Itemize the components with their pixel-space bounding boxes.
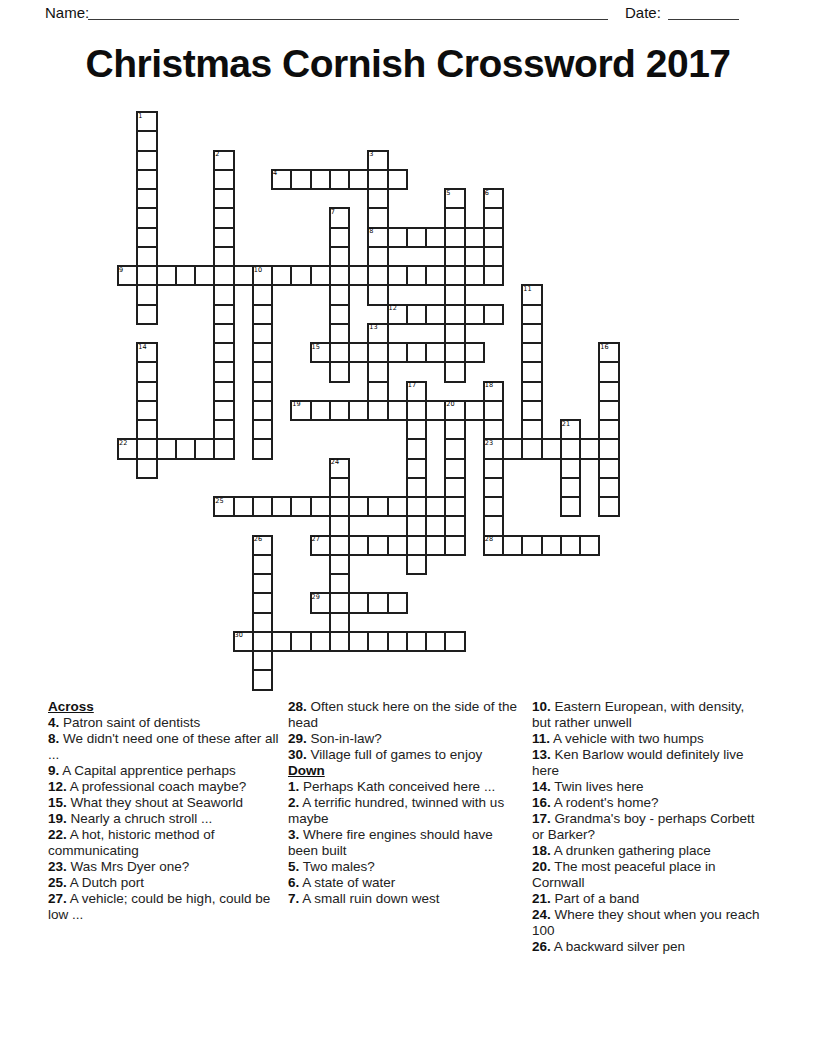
clue-14: 14. Twin lives here: [532, 779, 766, 795]
grid-cell-r20c9[interactable]: [290, 496, 311, 517]
clue-label: 26.: [532, 939, 551, 954]
grid-cell-r10c14[interactable]: [387, 304, 408, 325]
grid-cell-r8c12[interactable]: [348, 265, 369, 286]
grid-cell-r12c17[interactable]: [444, 342, 465, 363]
clue-label: 8.: [48, 731, 59, 746]
clue-label: 16.: [532, 795, 551, 810]
grid-cell-r25c10[interactable]: [310, 592, 331, 613]
grid-cell-r10c1[interactable]: [136, 304, 157, 325]
grid-cell-r17c2[interactable]: [156, 438, 177, 459]
grid-cell-r8c16[interactable]: [425, 265, 446, 286]
grid-cell-r12c12[interactable]: [348, 342, 369, 363]
grid-cell-r21c11[interactable]: [329, 515, 350, 536]
clue-label: 1.: [288, 779, 299, 794]
grid-cell-r12c14[interactable]: [387, 342, 408, 363]
clue-text: Where they shout when you reach 100: [532, 907, 759, 938]
clue-text: Nearly a chruch stroll ...: [67, 811, 213, 826]
grid-cell-r11c11[interactable]: [329, 323, 350, 344]
clue-label: 11.: [532, 731, 550, 746]
clue-text: A vehicle with two humps: [550, 731, 704, 746]
clue-text: A drunken gathering place: [551, 843, 711, 858]
grid-cell-r24c11[interactable]: [329, 573, 350, 594]
grid-cell-r18c1[interactable]: [136, 458, 157, 479]
clue-label: 13.: [532, 747, 551, 762]
grid-cell-r22c22[interactable]: [541, 535, 562, 556]
grid-cell-r11c7[interactable]: [252, 323, 273, 344]
grid-cell-r17c21[interactable]: [521, 438, 542, 459]
grid-cell-r8c2[interactable]: [156, 265, 177, 286]
grid-cell-r8c13[interactable]: [367, 265, 388, 286]
grid-cell-r19c15[interactable]: [406, 477, 427, 498]
grid-cell-r3c11[interactable]: [329, 169, 350, 190]
grid-cell-r10c7[interactable]: [252, 304, 273, 325]
clue-label: 10.: [532, 699, 551, 714]
clue-label: 29.: [288, 731, 307, 746]
grid-cell-r12c15[interactable]: [406, 342, 427, 363]
grid-cell-r8c1[interactable]: [136, 265, 157, 286]
clue-label: 21.: [532, 891, 551, 906]
grid-cell-r6c5[interactable]: [213, 227, 234, 248]
grid-cell-r22c20[interactable]: [502, 535, 523, 556]
grid-cell-r5c13[interactable]: [367, 207, 388, 228]
grid-cell-r11c21[interactable]: [521, 323, 542, 344]
grid-cell-r10c5[interactable]: [213, 304, 234, 325]
grid-cell-r14c21[interactable]: [521, 381, 542, 402]
grid-cell-r21c19[interactable]: [483, 515, 504, 536]
grid-cell-r18c17[interactable]: [444, 458, 465, 479]
grid-cell-r9c11[interactable]: [329, 284, 350, 305]
grid-cell-r8c17[interactable]: [444, 265, 465, 286]
grid-cell-r27c16[interactable]: [425, 631, 446, 652]
crossword-grid: 1234567891011121314151617181920212223242…: [117, 111, 618, 689]
date-label: Date:: [625, 4, 661, 21]
grid-cell-r18c19[interactable]: [483, 458, 504, 479]
grid-cell-r22c24[interactable]: [579, 535, 600, 556]
grid-cell-r12c25[interactable]: [598, 342, 619, 363]
grid-cell-r20c25[interactable]: [598, 496, 619, 517]
grid-cell-r11c5[interactable]: [213, 323, 234, 344]
grid-cell-r12c5[interactable]: [213, 342, 234, 363]
grid-cell-r13c5[interactable]: [213, 361, 234, 382]
grid-cell-r12c7[interactable]: [252, 342, 273, 363]
grid-cell-r10c11[interactable]: [329, 304, 350, 325]
clue-17: 17. Grandma's boy - perhaps Corbett or B…: [532, 811, 766, 843]
grid-cell-r27c7[interactable]: [252, 631, 273, 652]
grid-cell-r19c11[interactable]: [329, 477, 350, 498]
grid-cell-r28c7[interactable]: [252, 650, 273, 671]
grid-cell-r18c23[interactable]: [560, 458, 581, 479]
grid-cell-r19c19[interactable]: [483, 477, 504, 498]
grid-cell-r14c5[interactable]: [213, 381, 234, 402]
grid-cell-r15c13[interactable]: [367, 400, 388, 421]
grid-cell-r27c9[interactable]: [290, 631, 311, 652]
grid-cell-r14c1[interactable]: [136, 381, 157, 402]
grid-cell-r20c7[interactable]: [252, 496, 273, 517]
grid-cell-r9c13[interactable]: [367, 284, 388, 305]
clue-label: 5.: [288, 859, 299, 874]
grid-cell-r4c19[interactable]: [483, 188, 504, 209]
grid-cell-r15c7[interactable]: [252, 400, 273, 421]
grid-cell-r5c11[interactable]: [329, 207, 350, 228]
grid-cell-r15c18[interactable]: [464, 400, 485, 421]
grid-cell-r29c7[interactable]: [252, 669, 273, 690]
grid-cell-r16c5[interactable]: [213, 419, 234, 440]
grid-cell-r9c21[interactable]: [521, 284, 542, 305]
clue-24: 24. Where they shout when you reach 100: [532, 907, 766, 939]
grid-cell-r15c25[interactable]: [598, 400, 619, 421]
grid-cell-r11c17[interactable]: [444, 323, 465, 344]
grid-cell-r6c15[interactable]: [406, 227, 427, 248]
grid-cell-r15c17[interactable]: [444, 400, 465, 421]
grid-cell-r7c5[interactable]: [213, 246, 234, 267]
grid-cell-r25c11[interactable]: [329, 592, 350, 613]
grid-cell-r14c25[interactable]: [598, 381, 619, 402]
grid-cell-r14c13[interactable]: [367, 381, 388, 402]
grid-cell-r7c19[interactable]: [483, 246, 504, 267]
grid-cell-r12c10[interactable]: [310, 342, 331, 363]
clue-4: 4. Patron saint of dentists: [48, 715, 282, 731]
clue-column-1: Across4. Patron saint of dentists8. We d…: [48, 699, 282, 923]
grid-cell-r6c13[interactable]: [367, 227, 388, 248]
grid-cell-r15c11[interactable]: [329, 400, 350, 421]
clue-5: 5. Two males?: [288, 859, 522, 875]
grid-cell-r17c7[interactable]: [252, 438, 273, 459]
grid-cell-r8c15[interactable]: [406, 265, 427, 286]
grid-cell-r3c14[interactable]: [387, 169, 408, 190]
grid-cell-r12c11[interactable]: [329, 342, 350, 363]
name-fill-in-line[interactable]: [88, 4, 608, 20]
grid-cell-r3c8[interactable]: [271, 169, 292, 190]
grid-cell-r22c11[interactable]: [329, 535, 350, 556]
clue-lists: Across4. Patron saint of dentists8. We d…: [48, 699, 772, 969]
grid-cell-r22c10[interactable]: [310, 535, 331, 556]
grid-cell-r20c15[interactable]: [406, 496, 427, 517]
grid-cell-r3c9[interactable]: [290, 169, 311, 190]
grid-cell-r17c24[interactable]: [579, 438, 600, 459]
grid-cell-r20c12[interactable]: [348, 496, 369, 517]
grid-cell-r19c23[interactable]: [560, 477, 581, 498]
clue-15: 15. What they shout at Seaworld: [48, 795, 282, 811]
grid-cell-r4c17[interactable]: [444, 188, 465, 209]
grid-cell-r6c14[interactable]: [387, 227, 408, 248]
grid-cell-r0c1[interactable]: [136, 111, 157, 132]
clue-18: 18. A drunken gathering place: [532, 843, 766, 859]
clue-23: 23. Was Mrs Dyer one?: [48, 859, 282, 875]
clue-text: Son-in-law?: [307, 731, 382, 746]
grid-cell-r27c15[interactable]: [406, 631, 427, 652]
clue-label: 14.: [532, 779, 551, 794]
grid-cell-r13c25[interactable]: [598, 361, 619, 382]
grid-cell-r8c4[interactable]: [194, 265, 215, 286]
grid-cell-r17c4[interactable]: [194, 438, 215, 459]
clue-20: 20. The most peaceful place in Cornwall: [532, 859, 766, 891]
clue-11: 11. A vehicle with two humps: [532, 731, 766, 747]
grid-cell-r17c5[interactable]: [213, 438, 234, 459]
grid-cell-r20c8[interactable]: [271, 496, 292, 517]
grid-cell-r6c11[interactable]: [329, 227, 350, 248]
grid-cell-r23c7[interactable]: [252, 554, 273, 575]
grid-cell-r22c12[interactable]: [348, 535, 369, 556]
clue-column-3: 10. Eastern European, with density, but …: [532, 699, 766, 955]
clue-28: 28. Often stuck here on the side of the …: [288, 699, 522, 731]
grid-cell-r8c0[interactable]: [117, 265, 138, 286]
clue-label: 18.: [532, 843, 551, 858]
clues-heading-down: Down: [288, 763, 522, 779]
clue-text: A professional coach maybe?: [67, 779, 246, 794]
grid-cell-r21c17[interactable]: [444, 515, 465, 536]
grid-cell-r15c14[interactable]: [387, 400, 408, 421]
grid-cell-r2c5[interactable]: [213, 150, 234, 171]
clue-label: 4.: [48, 715, 59, 730]
clue-22: 22. A hot, historic method of communicat…: [48, 827, 282, 859]
grid-cell-r9c5[interactable]: [213, 284, 234, 305]
clue-label: 3.: [288, 827, 299, 842]
grid-cell-r9c7[interactable]: [252, 284, 273, 305]
clue-column-2: 28. Often stuck here on the side of the …: [288, 699, 522, 907]
grid-cell-r6c1[interactable]: [136, 227, 157, 248]
clue-text: A small ruin down west: [299, 891, 439, 906]
clue-text: A backward silver pen: [551, 939, 685, 954]
grid-cell-r10c15[interactable]: [406, 304, 427, 325]
grid-cell-r13c1[interactable]: [136, 361, 157, 382]
clue-label: 22.: [48, 827, 67, 842]
grid-cell-r10c21[interactable]: [521, 304, 542, 325]
grid-cell-r22c16[interactable]: [425, 535, 446, 556]
grid-cell-r3c12[interactable]: [348, 169, 369, 190]
grid-cell-r8c10[interactable]: [310, 265, 331, 286]
grid-cell-r15c21[interactable]: [521, 400, 542, 421]
grid-cell-r17c23[interactable]: [560, 438, 581, 459]
grid-cell-r5c19[interactable]: [483, 207, 504, 228]
clue-16: 16. A rodent's home?: [532, 795, 766, 811]
grid-cell-r10c19[interactable]: [483, 304, 504, 325]
grid-cell-r27c13[interactable]: [367, 631, 388, 652]
grid-cell-r10c17[interactable]: [444, 304, 465, 325]
grid-cell-r8c18[interactable]: [464, 265, 485, 286]
clue-text: Perhaps Kath conceived here ...: [299, 779, 495, 794]
grid-cell-r7c13[interactable]: [367, 246, 388, 267]
grid-cell-r20c10[interactable]: [310, 496, 331, 517]
grid-cell-r20c19[interactable]: [483, 496, 504, 517]
clue-text: A hot, historic method of communicating: [48, 827, 215, 858]
grid-cell-r6c18[interactable]: [464, 227, 485, 248]
grid-cell-r26c11[interactable]: [329, 612, 350, 633]
clue-text: Where fire engines should have been buil…: [288, 827, 493, 858]
grid-cell-r25c7[interactable]: [252, 592, 273, 613]
clue-text: Two males?: [299, 859, 375, 874]
grid-cell-r3c1[interactable]: [136, 169, 157, 190]
grid-cell-r13c11[interactable]: [329, 361, 350, 382]
grid-cell-r16c7[interactable]: [252, 419, 273, 440]
clue-text: We didn't need one of these after all ..…: [48, 731, 279, 762]
grid-cell-r18c25[interactable]: [598, 458, 619, 479]
grid-cell-r25c13[interactable]: [367, 592, 388, 613]
grid-cell-r13c21[interactable]: [521, 361, 542, 382]
grid-cell-r17c15[interactable]: [406, 438, 427, 459]
grid-cell-r8c3[interactable]: [175, 265, 196, 286]
grid-cell-r22c23[interactable]: [560, 535, 581, 556]
grid-cell-r9c1[interactable]: [136, 284, 157, 305]
grid-cell-r8c19[interactable]: [483, 265, 504, 286]
clue-label: 28.: [288, 699, 307, 714]
clue-label: 15.: [48, 795, 67, 810]
grid-cell-r15c15[interactable]: [406, 400, 427, 421]
grid-cell-r8c5[interactable]: [213, 265, 234, 286]
clue-text: Was Mrs Dyer one?: [67, 859, 190, 874]
grid-cell-r20c13[interactable]: [367, 496, 388, 517]
grid-cell-r22c15[interactable]: [406, 535, 427, 556]
clue-label: 9.: [48, 763, 59, 778]
grid-cell-r22c17[interactable]: [444, 535, 465, 556]
clue-7: 7. A small ruin down west: [288, 891, 522, 907]
grid-cell-r17c0[interactable]: [117, 438, 138, 459]
grid-cell-r2c1[interactable]: [136, 150, 157, 171]
date-fill-in-line[interactable]: [668, 4, 739, 20]
clue-3: 3. Where fire engines should have been b…: [288, 827, 522, 859]
grid-cell-r12c13[interactable]: [367, 342, 388, 363]
grid-cell-r9c17[interactable]: [444, 284, 465, 305]
clue-label: 20.: [532, 859, 551, 874]
grid-cell-r7c1[interactable]: [136, 246, 157, 267]
grid-cell-r27c14[interactable]: [387, 631, 408, 652]
grid-cell-r8c14[interactable]: [387, 265, 408, 286]
grid-cell-r8c9[interactable]: [290, 265, 311, 286]
grid-cell-r10c16[interactable]: [425, 304, 446, 325]
grid-cell-r16c25[interactable]: [598, 419, 619, 440]
grid-cell-r17c1[interactable]: [136, 438, 157, 459]
clue-text: Often stuck here on the side of the head: [288, 699, 517, 730]
clue-text: What they shout at Seaworld: [67, 795, 243, 810]
grid-cell-r17c20[interactable]: [502, 438, 523, 459]
grid-cell-r16c17[interactable]: [444, 419, 465, 440]
grid-cell-r27c12[interactable]: [348, 631, 369, 652]
grid-cell-r24c7[interactable]: [252, 573, 273, 594]
grid-cell-r22c19[interactable]: [483, 535, 504, 556]
grid-cell-r15c5[interactable]: [213, 400, 234, 421]
grid-cell-r23c11[interactable]: [329, 554, 350, 575]
grid-cell-r15c19[interactable]: [483, 400, 504, 421]
grid-cell-r1c1[interactable]: [136, 130, 157, 151]
grid-cell-r12c21[interactable]: [521, 342, 542, 363]
grid-cell-r15c12[interactable]: [348, 400, 369, 421]
grid-cell-r6c16[interactable]: [425, 227, 446, 248]
grid-cell-r2c13[interactable]: [367, 150, 388, 171]
grid-cell-r4c5[interactable]: [213, 188, 234, 209]
grid-cell-r7c11[interactable]: [329, 246, 350, 267]
grid-cell-r17c19[interactable]: [483, 438, 504, 459]
grid-cell-r19c25[interactable]: [598, 477, 619, 498]
grid-cell-r4c13[interactable]: [367, 188, 388, 209]
grid-cell-r6c19[interactable]: [483, 227, 504, 248]
grid-cell-r16c1[interactable]: [136, 419, 157, 440]
grid-cell-r22c7[interactable]: [252, 535, 273, 556]
grid-cell-r27c6[interactable]: [233, 631, 254, 652]
grid-cell-r19c17[interactable]: [444, 477, 465, 498]
grid-cell-r20c5[interactable]: [213, 496, 234, 517]
grid-cell-r7c17[interactable]: [444, 246, 465, 267]
grid-cell-r6c17[interactable]: [444, 227, 465, 248]
grid-cell-r25c12[interactable]: [348, 592, 369, 613]
grid-cell-r17c22[interactable]: [541, 438, 562, 459]
grid-cell-r17c3[interactable]: [175, 438, 196, 459]
grid-cell-r27c11[interactable]: [329, 631, 350, 652]
grid-cell-r12c18[interactable]: [464, 342, 485, 363]
grid-cell-r15c10[interactable]: [310, 400, 331, 421]
grid-cell-r13c13[interactable]: [367, 361, 388, 382]
grid-cell-r5c1[interactable]: [136, 207, 157, 228]
grid-cell-r16c15[interactable]: [406, 419, 427, 440]
grid-cell-r18c11[interactable]: [329, 458, 350, 479]
grid-cell-r26c7[interactable]: [252, 612, 273, 633]
clue-13: 13. Ken Barlow would definitely live her…: [532, 747, 766, 779]
grid-cell-r17c25[interactable]: [598, 438, 619, 459]
grid-cell-r18c15[interactable]: [406, 458, 427, 479]
clue-12: 12. A professional coach maybe?: [48, 779, 282, 795]
grid-cell-r14c19[interactable]: [483, 381, 504, 402]
grid-cell-r16c19[interactable]: [483, 419, 504, 440]
grid-cell-r22c14[interactable]: [387, 535, 408, 556]
clue-2: 2. A terrific hundred, twinned with us m…: [288, 795, 522, 827]
grid-cell-r15c16[interactable]: [425, 400, 446, 421]
grid-cell-r21c15[interactable]: [406, 515, 427, 536]
grid-cell-r20c16[interactable]: [425, 496, 446, 517]
grid-cell-r22c13[interactable]: [367, 535, 388, 556]
grid-cell-r27c8[interactable]: [271, 631, 292, 652]
grid-cell-r13c7[interactable]: [252, 361, 273, 382]
grid-cell-r13c17[interactable]: [444, 361, 465, 382]
grid-cell-r20c6[interactable]: [233, 496, 254, 517]
clue-10: 10. Eastern European, with density, but …: [532, 699, 766, 731]
grid-cell-r17c17[interactable]: [444, 438, 465, 459]
grid-cell-r23c15[interactable]: [406, 554, 427, 575]
grid-cell-r25c14[interactable]: [387, 592, 408, 613]
grid-cell-r4c1[interactable]: [136, 188, 157, 209]
grid-cell-r10c18[interactable]: [464, 304, 485, 325]
grid-cell-r16c21[interactable]: [521, 419, 542, 440]
grid-cell-r12c1[interactable]: [136, 342, 157, 363]
grid-cell-r5c17[interactable]: [444, 207, 465, 228]
grid-cell-r12c16[interactable]: [425, 342, 446, 363]
grid-cell-r16c23[interactable]: [560, 419, 581, 440]
grid-cell-r3c5[interactable]: [213, 169, 234, 190]
grid-cell-r8c8[interactable]: [271, 265, 292, 286]
grid-cell-r20c14[interactable]: [387, 496, 408, 517]
clue-text: The most peaceful place in Cornwall: [532, 859, 716, 890]
grid-cell-r20c23[interactable]: [560, 496, 581, 517]
grid-cell-r8c11[interactable]: [329, 265, 350, 286]
grid-cell-r14c7[interactable]: [252, 381, 273, 402]
clues-heading-across: Across: [48, 699, 282, 715]
grid-cell-r27c10[interactable]: [310, 631, 331, 652]
grid-cell-r3c13[interactable]: [367, 169, 388, 190]
grid-cell-r8c6[interactable]: [233, 265, 254, 286]
clue-label: 27.: [48, 891, 67, 906]
clue-text: Village full of games to enjoy: [307, 747, 482, 762]
grid-cell-r5c5[interactable]: [213, 207, 234, 228]
clue-text: A vehicle; could be high, could be low .…: [48, 891, 270, 922]
grid-cell-r22c21[interactable]: [521, 535, 542, 556]
grid-cell-r3c10[interactable]: [310, 169, 331, 190]
clue-6: 6. A state of water: [288, 875, 522, 891]
grid-cell-r11c13[interactable]: [367, 323, 388, 344]
grid-cell-r15c1[interactable]: [136, 400, 157, 421]
grid-cell-r8c7[interactable]: [252, 265, 273, 286]
grid-cell-r14c15[interactable]: [406, 381, 427, 402]
grid-cell-r15c9[interactable]: [290, 400, 311, 421]
grid-cell-r20c11[interactable]: [329, 496, 350, 517]
grid-cell-r20c17[interactable]: [444, 496, 465, 517]
grid-cell-r27c17[interactable]: [444, 631, 465, 652]
